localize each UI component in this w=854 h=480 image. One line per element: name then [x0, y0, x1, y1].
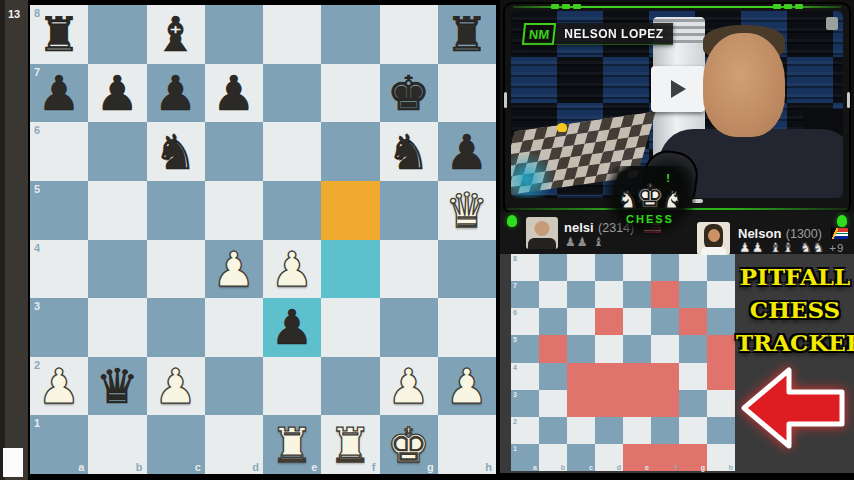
square-h8[interactable]: ♜ — [438, 5, 496, 64]
square-f5[interactable] — [321, 181, 379, 240]
white-queen-h5[interactable]: ♛ — [438, 181, 496, 240]
tracker-square-d3 — [595, 390, 623, 417]
camera-notch — [826, 17, 838, 30]
black-pawn-e3[interactable]: ♟ — [263, 298, 321, 357]
nm-title-tag: NM — [522, 23, 557, 45]
tracker-square-e3 — [623, 390, 651, 417]
square-a8[interactable]: 8♜ — [30, 5, 88, 64]
frame-green-dashes-left — [551, 4, 581, 9]
tracker-square-h4 — [707, 363, 735, 390]
tracker-square-g1: g — [679, 444, 707, 471]
blue-led-glow — [511, 151, 553, 198]
tracker-square-d7 — [595, 281, 623, 308]
tracker-square-a2: 2 — [511, 417, 539, 444]
stream-right-panel: NM NELSON LOPEZ ♞ ♚ ♞ ! CHESS nelsi (231… — [500, 0, 854, 480]
rank-label-1: 1 — [513, 445, 517, 452]
streamer-title-badge: NM NELSON LOPEZ — [523, 23, 673, 45]
square-e8[interactable] — [263, 5, 321, 64]
square-f4[interactable] — [321, 240, 379, 299]
square-b4[interactable] — [88, 240, 146, 299]
black-player-name: Nelson — [738, 226, 781, 241]
square-f2[interactable] — [321, 357, 379, 416]
logo-text: CHESS — [626, 213, 674, 225]
square-c8[interactable]: ♝ — [147, 5, 205, 64]
tracker-square-c6 — [567, 308, 595, 335]
square-c7[interactable]: ♟ — [147, 64, 205, 123]
black-pawn-a7[interactable]: ♟ — [30, 64, 88, 123]
rank-label-3: 3 — [34, 300, 40, 312]
chess-vibes-logo: ♞ ♚ ♞ ! CHESS — [604, 166, 696, 238]
square-a6[interactable]: 6 — [30, 122, 88, 181]
tracker-square-f4 — [651, 363, 679, 390]
tracker-square-e1: e — [623, 444, 651, 471]
white-player-captured-pieces: ♟♟ ♝ — [565, 235, 605, 249]
square-h4[interactable] — [438, 240, 496, 299]
black-bishop-c8[interactable]: ♝ — [147, 5, 205, 64]
square-c4[interactable] — [147, 240, 205, 299]
tracker-square-d6 — [595, 308, 623, 335]
square-e6[interactable] — [263, 122, 321, 181]
square-g5[interactable] — [380, 181, 438, 240]
square-g1[interactable]: g♚ — [380, 415, 438, 474]
white-king-g1[interactable]: ♚ — [380, 415, 438, 474]
tracker-square-d4 — [595, 363, 623, 390]
square-b3[interactable] — [88, 298, 146, 357]
square-h5[interactable]: ♛ — [438, 181, 496, 240]
sidebar-white-box — [3, 448, 23, 477]
material-advantage: +9 — [829, 242, 844, 254]
file-label-h: h — [729, 464, 733, 471]
play-icon — [671, 80, 686, 98]
square-a4[interactable]: 4 — [30, 240, 88, 299]
white-player-avatar — [526, 217, 558, 249]
black-pawn-d7[interactable]: ♟ — [205, 64, 263, 123]
square-a3[interactable]: 3 — [30, 298, 88, 357]
tracker-square-e7 — [623, 281, 651, 308]
tracker-square-a4: 4 — [511, 363, 539, 390]
rank-label-6: 6 — [513, 309, 517, 316]
tracker-square-g6 — [679, 308, 707, 335]
black-king-g7[interactable]: ♚ — [380, 64, 438, 123]
rank-label-4: 4 — [513, 364, 517, 371]
tracker-square-b8 — [539, 254, 567, 281]
rank-label-7: 7 — [513, 282, 517, 289]
square-h7[interactable] — [438, 64, 496, 123]
tracker-square-e2 — [623, 417, 651, 444]
rank-label-6: 6 — [34, 124, 40, 136]
rank-label-5: 5 — [513, 336, 517, 343]
tracker-square-a3: 3 — [511, 390, 539, 417]
tracker-square-f5 — [651, 335, 679, 362]
tracker-square-f2 — [651, 417, 679, 444]
rank-label-3: 3 — [513, 391, 517, 398]
square-c3[interactable] — [147, 298, 205, 357]
rank-label-1: 1 — [34, 417, 40, 429]
tracker-title-line3: TRACKER — [736, 326, 854, 359]
tracker-title-line2: CHESS — [736, 293, 854, 326]
black-rook-h8[interactable]: ♜ — [438, 5, 496, 64]
tracker-square-e8 — [623, 254, 651, 281]
square-b1[interactable]: b — [88, 415, 146, 474]
tracker-square-f1: f — [651, 444, 679, 471]
square-g3[interactable] — [380, 298, 438, 357]
tracker-square-b6 — [539, 308, 567, 335]
square-h6[interactable]: ♟ — [438, 122, 496, 181]
tracker-square-f3 — [651, 390, 679, 417]
file-label-b: b — [561, 464, 565, 471]
move-counter: 13 — [0, 8, 28, 20]
tracker-square-h7 — [707, 281, 735, 308]
square-a2[interactable]: 2♟ — [30, 357, 88, 416]
tracker-square-d5 — [595, 335, 623, 362]
square-h3[interactable] — [438, 298, 496, 357]
square-g4[interactable] — [380, 240, 438, 299]
file-label-b: b — [136, 461, 143, 473]
frame-edge-dash-left — [504, 92, 507, 108]
file-label-e: e — [645, 464, 649, 471]
tracker-title-line1: PITFALL — [736, 260, 854, 293]
square-g7[interactable]: ♚ — [380, 64, 438, 123]
square-d2[interactable] — [205, 357, 263, 416]
tracker-square-g8 — [679, 254, 707, 281]
frame-edge-dash-right — [847, 92, 850, 108]
white-pawn-a2[interactable]: ♟ — [30, 357, 88, 416]
file-label-h: h — [485, 461, 492, 473]
black-knight-g6[interactable]: ♞ — [380, 122, 438, 181]
square-a7[interactable]: 7♟ — [30, 64, 88, 123]
tracker-square-f7 — [651, 281, 679, 308]
square-f7[interactable] — [321, 64, 379, 123]
frame-green-dashes-right — [773, 4, 803, 9]
tracker-square-g7 — [679, 281, 707, 308]
tracker-square-e5 — [623, 335, 651, 362]
square-a5[interactable]: 5 — [30, 181, 88, 240]
tracker-square-b7 — [539, 281, 567, 308]
black-pawn-h6[interactable]: ♟ — [438, 122, 496, 181]
black-player-captured-row: ♟♟ ♝♝ ♞♞+9 — [739, 240, 844, 255]
tracker-square-f6 — [651, 308, 679, 335]
tracker-square-g2 — [679, 417, 707, 444]
black-queen-b2[interactable]: ♛ — [88, 357, 146, 416]
square-e7[interactable] — [263, 64, 321, 123]
white-pawn-d4[interactable]: ♟ — [205, 240, 263, 299]
white-player-name: nelsi — [564, 220, 594, 235]
square-c2[interactable]: ♟ — [147, 357, 205, 416]
square-b2[interactable]: ♛ — [88, 357, 146, 416]
tracker-square-f8 — [651, 254, 679, 281]
youtube-play-plaque — [651, 66, 705, 112]
square-c1[interactable]: c — [147, 415, 205, 474]
square-b6[interactable] — [88, 122, 146, 181]
streamer-name-label: NELSON LOPEZ — [555, 23, 672, 45]
square-d1[interactable]: d — [205, 415, 263, 474]
file-label-a: a — [78, 461, 84, 473]
tracker-square-b5 — [539, 335, 567, 362]
green-player-indicator-left — [507, 215, 517, 227]
square-e1[interactable]: e♜ — [263, 415, 321, 474]
tracker-square-b3 — [539, 390, 567, 417]
file-label-f: f — [675, 464, 677, 471]
square-e3[interactable]: ♟ — [263, 298, 321, 357]
tracker-square-c3 — [567, 390, 595, 417]
square-c6[interactable]: ♞ — [147, 122, 205, 181]
square-f3[interactable] — [321, 298, 379, 357]
square-b5[interactable] — [88, 181, 146, 240]
avatar-shirt — [701, 247, 726, 255]
tracker-square-d8 — [595, 254, 623, 281]
square-a1[interactable]: 1a — [30, 415, 88, 474]
logo-exclamation: ! — [666, 172, 670, 184]
tracker-square-a8: 8 — [511, 254, 539, 281]
avatar-face — [708, 229, 720, 242]
tracker-square-h1: h — [707, 444, 735, 471]
tracker-square-h2 — [707, 417, 735, 444]
logo-knight-right-icon: ♞ — [661, 188, 683, 212]
square-e2[interactable] — [263, 357, 321, 416]
tracker-square-d1: d — [595, 444, 623, 471]
tracker-square-h5 — [707, 335, 735, 362]
tracker-square-g3 — [679, 390, 707, 417]
file-label-c: c — [589, 464, 593, 471]
south-africa-flag-icon — [831, 228, 848, 239]
white-pawn-g2[interactable]: ♟ — [380, 357, 438, 416]
rank-label-4: 4 — [34, 242, 40, 254]
tracker-square-c8 — [567, 254, 595, 281]
tracker-square-a5: 5 — [511, 335, 539, 362]
square-b8[interactable] — [88, 5, 146, 64]
rank-label-8: 8 — [513, 255, 517, 262]
file-label-d: d — [617, 464, 621, 471]
black-rook-a8[interactable]: ♜ — [30, 5, 88, 64]
avatar-face — [535, 221, 550, 236]
black-pawn-b7[interactable]: ♟ — [88, 64, 146, 123]
white-pawn-h2[interactable]: ♟ — [438, 357, 496, 416]
logo-pieces: ♞ ♚ ♞ — [617, 180, 683, 212]
black-pawn-c7[interactable]: ♟ — [147, 64, 205, 123]
tracker-square-e6 — [623, 308, 651, 335]
square-c5[interactable] — [147, 181, 205, 240]
tracker-square-c1: c — [567, 444, 595, 471]
square-g2[interactable]: ♟ — [380, 357, 438, 416]
square-f8[interactable] — [321, 5, 379, 64]
tracker-square-h3 — [707, 390, 735, 417]
square-e4[interactable]: ♟ — [263, 240, 321, 299]
tracker-square-h8 — [707, 254, 735, 281]
square-d3[interactable] — [205, 298, 263, 357]
file-label-g: g — [701, 464, 705, 471]
tracker-square-c2 — [567, 417, 595, 444]
white-pawn-c2[interactable]: ♟ — [147, 357, 205, 416]
file-label-d: d — [252, 461, 259, 473]
tracker-square-e4 — [623, 363, 651, 390]
square-d7[interactable]: ♟ — [205, 64, 263, 123]
square-h2[interactable]: ♟ — [438, 357, 496, 416]
tracker-square-g5 — [679, 335, 707, 362]
square-d4[interactable]: ♟ — [205, 240, 263, 299]
tracker-square-b2 — [539, 417, 567, 444]
avatar-shirt — [528, 238, 556, 249]
square-d6[interactable] — [205, 122, 263, 181]
stream-left-sidebar: 13 — [0, 0, 28, 480]
pitfall-tracker-board: 87654321abcdefgh — [511, 254, 735, 471]
square-b7[interactable]: ♟ — [88, 64, 146, 123]
tracker-title: PITFALL CHESS TRACKER — [736, 260, 854, 359]
file-label-c: c — [195, 461, 201, 473]
square-f6[interactable] — [321, 122, 379, 181]
square-h1[interactable]: h — [438, 415, 496, 474]
square-f1[interactable]: f♜ — [321, 415, 379, 474]
file-label-a: a — [533, 464, 537, 471]
tracker-square-c7 — [567, 281, 595, 308]
tracker-square-c5 — [567, 335, 595, 362]
rank-label-2: 2 — [513, 418, 517, 425]
white-rook-f1[interactable]: ♜ — [321, 415, 379, 474]
black-player-captured-pieces: ♟♟ ♝♝ ♞♞ — [739, 240, 825, 255]
square-d5[interactable] — [205, 181, 263, 240]
red-left-arrow-icon — [740, 363, 846, 453]
black-player-avatar — [697, 222, 730, 255]
square-g8[interactable] — [380, 5, 438, 64]
square-g6[interactable]: ♞ — [380, 122, 438, 181]
rank-label-5: 5 — [34, 183, 40, 195]
rubber-duck — [557, 123, 567, 132]
tracker-square-h6 — [707, 308, 735, 335]
tracker-square-a7: 7 — [511, 281, 539, 308]
tracker-square-a1: 1a — [511, 444, 539, 471]
bottom-black-strip — [500, 473, 854, 480]
streamer-face — [703, 33, 785, 137]
white-pawn-e4[interactable]: ♟ — [263, 240, 321, 299]
tracker-square-b4 — [539, 363, 567, 390]
black-player-rating: (1300) — [786, 227, 822, 241]
square-e5[interactable] — [263, 181, 321, 240]
square-d8[interactable] — [205, 5, 263, 64]
tracker-square-g4 — [679, 363, 707, 390]
white-rook-e1[interactable]: ♜ — [263, 415, 321, 474]
chess-board[interactable]: 8♜♝♜7♟♟♟♟♚6♞♞♟5♛4♟♟3♟2♟♛♟♟♟1abcde♜f♜g♚h — [30, 5, 496, 474]
tracker-square-d2 — [595, 417, 623, 444]
black-knight-c6[interactable]: ♞ — [147, 122, 205, 181]
tracker-square-a6: 6 — [511, 308, 539, 335]
tracker-square-c4 — [567, 363, 595, 390]
tracker-square-b1: b — [539, 444, 567, 471]
